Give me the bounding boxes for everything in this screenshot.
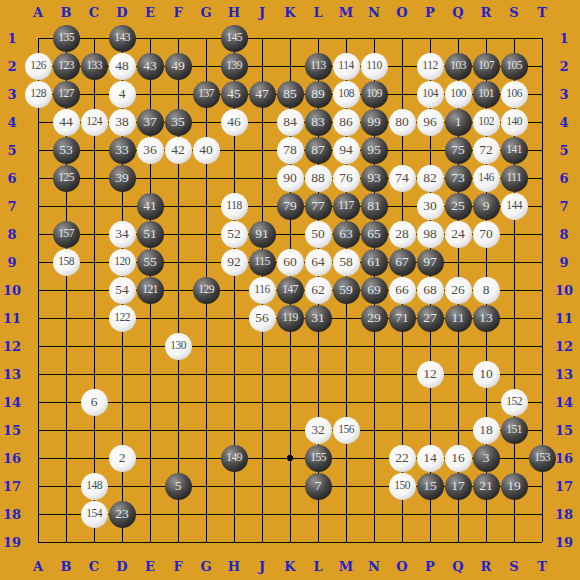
coord-left-10: 10 [3,284,21,297]
coord-top-T: T [537,6,547,19]
stone-black-B5: 53 [53,137,80,164]
stone-white-O10: 66 [389,277,416,304]
coord-right-7: 7 [559,200,568,213]
coord-top-M: M [339,6,353,19]
stone-black-D6: 39 [109,165,136,192]
stone-black-E10: 121 [137,277,164,304]
stone-black-M8: 63 [333,221,360,248]
coord-bottom-R: R [481,560,492,573]
stone-white-C18: 154 [81,501,108,528]
stone-white-M6: 76 [333,165,360,192]
stone-white-C17: 148 [81,473,108,500]
stone-white-P4: 96 [417,109,444,136]
coord-top-E: E [145,6,155,19]
coord-left-17: 17 [3,480,21,493]
coord-left-2: 2 [7,60,16,73]
stone-black-L16: 155 [305,445,332,472]
coord-bottom-A: A [33,560,43,573]
coord-right-2: 2 [559,60,568,73]
stone-white-B9: 158 [53,249,80,276]
stone-black-E2: 43 [137,53,164,80]
stone-white-E5: 36 [137,137,164,164]
stone-white-P3: 104 [417,81,444,108]
stone-black-H1: 145 [221,25,248,52]
stone-white-H8: 52 [221,221,248,248]
stone-black-Q7: 25 [445,193,472,220]
coord-top-K: K [284,6,295,19]
stone-white-L6: 88 [305,165,332,192]
stone-black-S15: 151 [501,417,528,444]
stone-black-S5: 141 [501,137,528,164]
coord-top-S: S [509,6,518,19]
stone-black-Q6: 73 [445,165,472,192]
stone-white-K6: 90 [277,165,304,192]
stone-black-G3: 137 [193,81,220,108]
stone-white-K9: 60 [277,249,304,276]
stone-white-A2: 126 [25,53,52,80]
stone-white-M15: 156 [333,417,360,444]
stone-black-M7: 117 [333,193,360,220]
stone-black-F17: 5 [165,473,192,500]
coord-right-5: 5 [559,144,568,157]
stone-white-P8: 98 [417,221,444,248]
coord-left-19: 19 [3,536,21,549]
stone-black-D1: 143 [109,25,136,52]
stone-black-D5: 33 [109,137,136,164]
stone-black-L2: 113 [305,53,332,80]
stone-white-F5: 42 [165,137,192,164]
stone-black-B1: 135 [53,25,80,52]
stone-white-P7: 30 [417,193,444,220]
stone-white-L10: 62 [305,277,332,304]
coord-bottom-B: B [61,560,72,573]
coord-right-8: 8 [559,228,568,241]
stone-white-F12: 130 [165,333,192,360]
stone-white-H4: 46 [221,109,248,136]
stone-black-N7: 81 [361,193,388,220]
stone-white-C4: 124 [81,109,108,136]
coord-top-C: C [89,6,99,19]
coord-right-11: 11 [555,312,573,325]
stone-white-M3: 108 [333,81,360,108]
coord-bottom-T: T [537,560,547,573]
stone-white-S7: 144 [501,193,528,220]
stone-white-D8: 34 [109,221,136,248]
stone-black-R17: 21 [473,473,500,500]
stone-black-S6: 111 [501,165,528,192]
stone-black-P9: 97 [417,249,444,276]
stone-white-P10: 68 [417,277,444,304]
stone-white-D9: 120 [109,249,136,276]
stone-black-H3: 45 [221,81,248,108]
stone-black-D18: 23 [109,501,136,528]
coord-top-G: G [200,6,211,19]
stone-black-Q17: 17 [445,473,472,500]
stone-white-L15: 32 [305,417,332,444]
stone-white-J11: 56 [249,305,276,332]
stone-black-P11: 27 [417,305,444,332]
stone-white-R15: 18 [473,417,500,444]
stone-white-R10: 8 [473,277,500,304]
coord-left-7: 7 [7,200,16,213]
coord-left-5: 5 [7,144,16,157]
stone-black-R11: 13 [473,305,500,332]
stones-layer: 1234567891011121314151617181921222324252… [24,24,556,556]
stone-white-P16: 14 [417,445,444,472]
coord-left-1: 1 [7,32,16,45]
stone-black-Q5: 75 [445,137,472,164]
stone-white-S3: 106 [501,81,528,108]
coord-bottom-G: G [200,560,211,573]
stone-white-H7: 118 [221,193,248,220]
stone-black-K11: 119 [277,305,304,332]
stone-black-C2: 133 [81,53,108,80]
coord-right-12: 12 [555,340,573,353]
stone-white-Q16: 16 [445,445,472,472]
stone-white-O17: 150 [389,473,416,500]
stone-white-O4: 80 [389,109,416,136]
coord-top-H: H [228,6,240,19]
stone-white-R13: 10 [473,361,500,388]
coord-top-A: A [33,6,43,19]
stone-white-K5: 78 [277,137,304,164]
stone-white-O8: 28 [389,221,416,248]
coord-left-14: 14 [3,396,21,409]
coord-bottom-N: N [368,560,380,573]
stone-black-T16: 153 [529,445,556,472]
stone-white-M5: 94 [333,137,360,164]
stone-black-O9: 67 [389,249,416,276]
coord-right-6: 6 [559,172,568,185]
stone-white-Q3: 100 [445,81,472,108]
stone-white-K4: 84 [277,109,304,136]
stone-black-N9: 61 [361,249,388,276]
stone-black-R7: 9 [473,193,500,220]
coord-top-Q: Q [452,6,463,19]
coord-top-J: J [259,6,265,19]
stone-black-N8: 65 [361,221,388,248]
stone-white-D10: 54 [109,277,136,304]
stone-black-N3: 109 [361,81,388,108]
stone-black-R2: 107 [473,53,500,80]
coord-bottom-S: S [509,560,518,573]
stone-white-D2: 48 [109,53,136,80]
coord-bottom-F: F [173,560,182,573]
stone-black-L7: 77 [305,193,332,220]
coord-top-P: P [425,6,435,19]
stone-white-M9: 58 [333,249,360,276]
stone-black-L17: 7 [305,473,332,500]
coord-bottom-Q: Q [452,560,463,573]
stone-white-C14: 6 [81,389,108,416]
coord-left-6: 6 [7,172,16,185]
stone-black-L4: 83 [305,109,332,136]
stone-black-F2: 49 [165,53,192,80]
stone-black-E9: 55 [137,249,164,276]
stone-black-E8: 51 [137,221,164,248]
coord-right-3: 3 [559,88,568,101]
stone-white-Q10: 26 [445,277,472,304]
coord-right-14: 14 [555,396,573,409]
stone-black-B2: 123 [53,53,80,80]
stone-white-P6: 82 [417,165,444,192]
stone-white-R5: 72 [473,137,500,164]
stone-black-N4: 99 [361,109,388,136]
stone-black-J8: 91 [249,221,276,248]
stone-black-J3: 47 [249,81,276,108]
stone-black-E4: 37 [137,109,164,136]
coord-left-15: 15 [3,424,21,437]
stone-black-L5: 87 [305,137,332,164]
stone-white-R4: 102 [473,109,500,136]
stone-white-R8: 70 [473,221,500,248]
stone-white-Q8: 24 [445,221,472,248]
coord-bottom-J: J [259,560,265,573]
stone-black-K3: 85 [277,81,304,108]
coord-right-1: 1 [559,32,568,45]
coord-right-15: 15 [555,424,573,437]
stone-black-R3: 101 [473,81,500,108]
stone-black-H16: 149 [221,445,248,472]
coord-top-D: D [116,6,127,19]
stone-white-A3: 128 [25,81,52,108]
stone-white-L9: 64 [305,249,332,276]
stone-black-N11: 29 [361,305,388,332]
stone-black-B6: 125 [53,165,80,192]
stone-white-J10: 116 [249,277,276,304]
coord-right-19: 19 [555,536,573,549]
stone-white-S14: 152 [501,389,528,416]
coord-left-11: 11 [3,312,21,325]
stone-black-S2: 105 [501,53,528,80]
stone-black-R16: 3 [473,445,500,472]
stone-black-E7: 41 [137,193,164,220]
coord-bottom-E: E [145,560,155,573]
stone-white-D3: 4 [109,81,136,108]
coord-bottom-O: O [396,560,407,573]
go-board[interactable]: 1234567891011121314151617181921222324252… [0,0,580,580]
stone-black-K10: 147 [277,277,304,304]
stone-white-O6: 74 [389,165,416,192]
stone-white-P2: 112 [417,53,444,80]
coord-top-F: F [173,6,182,19]
coord-left-4: 4 [7,116,16,129]
stone-black-O11: 71 [389,305,416,332]
coord-top-O: O [396,6,407,19]
stone-white-P13: 12 [417,361,444,388]
stone-black-J9: 115 [249,249,276,276]
stone-black-M10: 59 [333,277,360,304]
coord-left-16: 16 [3,452,21,465]
stone-black-F4: 35 [165,109,192,136]
stone-black-Q2: 103 [445,53,472,80]
stone-black-B3: 127 [53,81,80,108]
stone-white-M4: 86 [333,109,360,136]
stone-black-Q4: 1 [445,109,472,136]
stone-black-L11: 31 [305,305,332,332]
coord-left-12: 12 [3,340,21,353]
coord-bottom-M: M [339,560,353,573]
stone-black-N6: 93 [361,165,388,192]
coord-bottom-D: D [116,560,127,573]
stone-black-B8: 157 [53,221,80,248]
stone-white-H9: 92 [221,249,248,276]
stone-black-K7: 79 [277,193,304,220]
stone-white-D4: 38 [109,109,136,136]
stone-white-S4: 140 [501,109,528,136]
coord-top-B: B [61,6,72,19]
stone-black-P17: 15 [417,473,444,500]
stone-white-N2: 110 [361,53,388,80]
coord-right-10: 10 [555,284,573,297]
coord-bottom-H: H [228,560,240,573]
coord-bottom-K: K [284,560,295,573]
coord-right-18: 18 [555,508,573,521]
coord-bottom-C: C [89,560,99,573]
stone-black-Q11: 11 [445,305,472,332]
coord-left-13: 13 [3,368,21,381]
coord-right-13: 13 [555,368,573,381]
stone-black-N10: 69 [361,277,388,304]
stone-white-O16: 22 [389,445,416,472]
stone-white-B4: 44 [53,109,80,136]
coord-right-9: 9 [559,256,568,269]
coord-left-18: 18 [3,508,21,521]
coord-left-3: 3 [7,88,16,101]
coord-bottom-P: P [425,560,435,573]
stone-white-D16: 2 [109,445,136,472]
coord-right-16: 16 [555,452,573,465]
stone-black-H2: 139 [221,53,248,80]
stone-black-L3: 89 [305,81,332,108]
stone-white-M2: 114 [333,53,360,80]
coord-right-4: 4 [559,116,568,129]
coord-left-8: 8 [7,228,16,241]
coord-bottom-L: L [313,560,322,573]
coord-left-9: 9 [7,256,16,269]
stone-black-G10: 129 [193,277,220,304]
stone-white-R6: 146 [473,165,500,192]
stone-white-G5: 40 [193,137,220,164]
coord-top-L: L [313,6,322,19]
coord-top-R: R [481,6,492,19]
coord-top-N: N [368,6,380,19]
stone-white-D11: 122 [109,305,136,332]
stone-black-S17: 19 [501,473,528,500]
coord-right-17: 17 [555,480,573,493]
stone-black-N5: 95 [361,137,388,164]
stone-white-L8: 50 [305,221,332,248]
